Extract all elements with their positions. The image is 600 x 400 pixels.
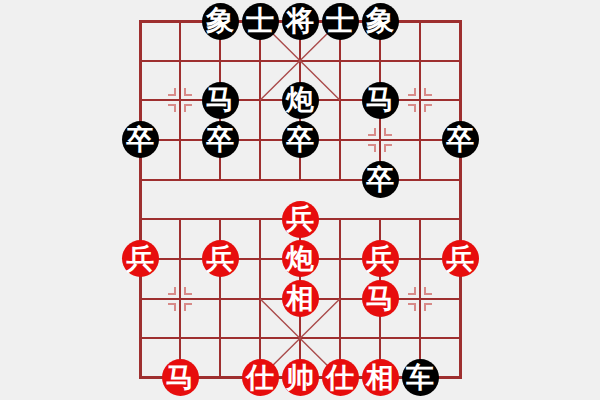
piece-black-soldier[interactable]: 卒 [202, 121, 239, 158]
piece-black-cannon[interactable]: 炮 [282, 82, 319, 119]
point-marker [184, 303, 192, 311]
point-marker [408, 287, 416, 295]
piece-red-soldier[interactable]: 兵 [362, 240, 399, 277]
piece-black-chariot[interactable]: 车 [402, 359, 439, 396]
piece-black-advisor[interactable]: 士 [242, 3, 279, 40]
point-marker [424, 303, 432, 311]
point-marker [184, 287, 192, 295]
point-marker [424, 88, 432, 96]
point-marker [368, 128, 376, 136]
point-marker [384, 144, 392, 152]
piece-black-elephant[interactable]: 象 [362, 3, 399, 40]
point-marker [368, 144, 376, 152]
point-marker [408, 88, 416, 96]
piece-red-horse[interactable]: 马 [162, 359, 199, 396]
point-marker [384, 128, 392, 136]
piece-red-advisor[interactable]: 仕 [322, 359, 359, 396]
piece-black-soldier[interactable]: 卒 [442, 121, 479, 158]
point-marker [168, 104, 176, 112]
point-marker [424, 104, 432, 112]
piece-black-soldier[interactable]: 卒 [362, 161, 399, 198]
piece-red-elephant[interactable]: 相 [282, 280, 319, 317]
piece-red-soldier[interactable]: 兵 [122, 240, 159, 277]
piece-red-cannon[interactable]: 炮 [282, 240, 319, 277]
point-marker [168, 287, 176, 295]
piece-black-elephant[interactable]: 象 [202, 3, 239, 40]
xiangqi-diagram: 象士将士象马炮马卒卒卒卒卒兵兵兵炮兵兵相马马仕帅仕相车 [0, 0, 600, 400]
piece-red-general[interactable]: 帅 [282, 359, 319, 396]
piece-black-horse[interactable]: 马 [202, 82, 239, 119]
piece-red-soldier[interactable]: 兵 [442, 240, 479, 277]
piece-black-general[interactable]: 将 [282, 3, 319, 40]
piece-black-soldier[interactable]: 卒 [282, 121, 319, 158]
piece-red-advisor[interactable]: 仕 [242, 359, 279, 396]
piece-red-soldier[interactable]: 兵 [202, 240, 239, 277]
piece-red-elephant[interactable]: 相 [362, 359, 399, 396]
piece-black-advisor[interactable]: 士 [322, 3, 359, 40]
piece-red-horse[interactable]: 马 [362, 280, 399, 317]
piece-black-soldier[interactable]: 卒 [122, 121, 159, 158]
point-marker [168, 303, 176, 311]
point-marker [408, 104, 416, 112]
piece-black-horse[interactable]: 马 [362, 82, 399, 119]
piece-red-soldier[interactable]: 兵 [282, 201, 319, 238]
point-marker [184, 104, 192, 112]
point-marker [424, 287, 432, 295]
xiangqi-board[interactable]: 象士将士象马炮马卒卒卒卒卒兵兵兵炮兵兵相马马仕帅仕相车 [0, 0, 600, 400]
point-marker [184, 88, 192, 96]
point-marker [168, 88, 176, 96]
point-marker [408, 303, 416, 311]
